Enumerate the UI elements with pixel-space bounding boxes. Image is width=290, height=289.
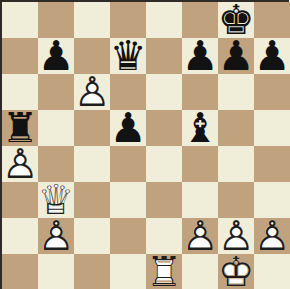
square-f5[interactable]: ♝ <box>182 110 218 146</box>
square-d1[interactable] <box>110 254 146 289</box>
white-pawn-outline: ♙ <box>38 218 74 254</box>
black-bishop-outline <box>182 110 218 146</box>
black-pawn-piece[interactable]: ♟ <box>38 38 74 74</box>
square-f2[interactable]: ♟♙ <box>182 218 218 254</box>
white-rook-piece[interactable]: ♜♖ <box>146 254 182 289</box>
white-pawn-outline: ♙ <box>2 146 38 182</box>
square-e1[interactable]: ♜♖ <box>146 254 182 289</box>
square-e8[interactable] <box>146 2 182 38</box>
black-pawn-outline <box>182 38 218 74</box>
white-pawn-outline: ♙ <box>254 218 290 254</box>
white-pawn-piece[interactable]: ♟♙ <box>182 218 218 254</box>
square-e5[interactable] <box>146 110 182 146</box>
black-bishop-piece[interactable]: ♝ <box>182 110 218 146</box>
white-king-outline: ♔ <box>218 254 254 289</box>
square-h4[interactable] <box>254 146 290 182</box>
square-a4[interactable]: ♟♙ <box>2 146 38 182</box>
square-b7[interactable]: ♟ <box>38 38 74 74</box>
black-pawn-piece[interactable]: ♟ <box>110 110 146 146</box>
square-d5[interactable]: ♟ <box>110 110 146 146</box>
square-a2[interactable] <box>2 218 38 254</box>
square-e7[interactable] <box>146 38 182 74</box>
square-e6[interactable] <box>146 74 182 110</box>
black-pawn-outline <box>110 110 146 146</box>
square-c2[interactable] <box>74 218 110 254</box>
square-e4[interactable] <box>146 146 182 182</box>
chess-board: ♚♟♛♟♟♟♟♙♜♟♝♟♙♛♕♟♙♟♙♟♙♟♙♜♖♚♔ <box>0 0 289 289</box>
square-h7[interactable]: ♟ <box>254 38 290 74</box>
white-pawn-piece[interactable]: ♟♙ <box>38 218 74 254</box>
white-pawn-piece[interactable]: ♟♙ <box>2 146 38 182</box>
square-d2[interactable] <box>110 218 146 254</box>
square-c3[interactable] <box>74 182 110 218</box>
square-g1[interactable]: ♚♔ <box>218 254 254 289</box>
white-rook-outline: ♖ <box>146 254 182 289</box>
black-pawn-piece[interactable]: ♟ <box>182 38 218 74</box>
square-c1[interactable] <box>74 254 110 289</box>
black-pawn-outline <box>38 38 74 74</box>
black-pawn-piece[interactable]: ♟ <box>254 38 290 74</box>
black-pawn-piece[interactable]: ♟ <box>218 38 254 74</box>
white-pawn-piece[interactable]: ♟♙ <box>74 74 110 110</box>
square-h2[interactable]: ♟♙ <box>254 218 290 254</box>
square-c8[interactable] <box>74 2 110 38</box>
square-a1[interactable] <box>2 254 38 289</box>
black-queen-piece[interactable]: ♛ <box>110 38 146 74</box>
square-g7[interactable]: ♟ <box>218 38 254 74</box>
white-pawn-outline: ♙ <box>182 218 218 254</box>
square-d3[interactable] <box>110 182 146 218</box>
white-king-piece[interactable]: ♚♔ <box>218 254 254 289</box>
white-pawn-outline: ♙ <box>74 74 110 110</box>
square-c6[interactable]: ♟♙ <box>74 74 110 110</box>
square-a7[interactable] <box>2 38 38 74</box>
square-d7[interactable]: ♛ <box>110 38 146 74</box>
square-g5[interactable] <box>218 110 254 146</box>
black-pawn-outline <box>218 38 254 74</box>
square-b2[interactable]: ♟♙ <box>38 218 74 254</box>
square-a8[interactable] <box>2 2 38 38</box>
square-b5[interactable] <box>38 110 74 146</box>
black-queen-outline <box>110 38 146 74</box>
square-h5[interactable] <box>254 110 290 146</box>
square-g4[interactable] <box>218 146 254 182</box>
square-e3[interactable] <box>146 182 182 218</box>
chess-diagram: ♚♟♛♟♟♟♟♙♜♟♝♟♙♛♕♟♙♟♙♟♙♟♙♜♖♚♔ <box>0 0 289 289</box>
square-c4[interactable] <box>74 146 110 182</box>
square-f7[interactable]: ♟ <box>182 38 218 74</box>
white-pawn-piece[interactable]: ♟♙ <box>254 218 290 254</box>
black-pawn-outline <box>254 38 290 74</box>
